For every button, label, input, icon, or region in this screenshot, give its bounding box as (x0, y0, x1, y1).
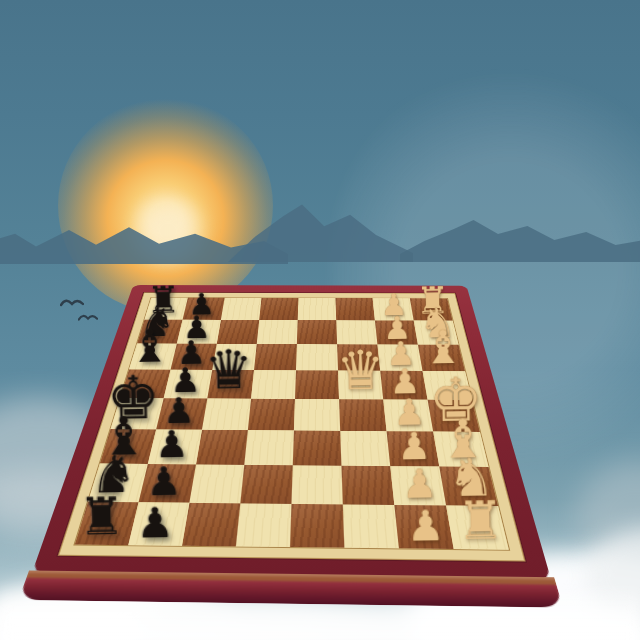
square-f5[interactable] (244, 430, 294, 465)
square-e4[interactable] (294, 399, 340, 431)
piece-white-pawn-g2[interactable]: ♟ (401, 463, 437, 503)
board-edge-side (19, 571, 564, 608)
product-photo-scene: ♜♟♟♜♞♟♟♞♝♟♟♝♟♛♛♟♚♟♟♚♝♟♟♝♞♟♟♞♜♟♟♜ (0, 0, 640, 640)
square-a3[interactable] (335, 298, 374, 320)
square-g2[interactable]: ♟ (390, 466, 446, 505)
square-f6[interactable] (196, 430, 248, 465)
chess-board: ♜♟♟♜♞♟♟♞♝♟♟♝♟♛♛♟♚♟♟♚♝♟♟♝♞♟♟♞♜♟♟♜ (88, 192, 501, 605)
piece-black-bishop-c8[interactable]: ♝ (129, 323, 171, 369)
square-d3[interactable]: ♛ (338, 371, 383, 400)
square-b5[interactable] (257, 320, 298, 344)
square-h3[interactable] (343, 504, 399, 548)
square-a4[interactable] (298, 298, 337, 320)
square-g4[interactable] (291, 465, 342, 504)
piece-white-bishop-c1[interactable]: ♝ (422, 324, 464, 371)
square-g6[interactable] (189, 464, 244, 503)
piece-black-queen-d6[interactable]: ♛ (204, 343, 253, 398)
square-a5[interactable] (259, 298, 298, 320)
square-h5[interactable] (236, 503, 292, 547)
square-d4[interactable] (295, 370, 339, 399)
square-h4[interactable] (290, 504, 344, 548)
square-c5[interactable] (254, 344, 297, 370)
board-maple-border: ♜♟♟♜♞♟♟♞♝♟♟♝♟♛♛♟♚♟♟♚♝♟♟♝♞♟♟♞♜♟♟♜ (58, 292, 526, 561)
square-h7[interactable]: ♟ (128, 502, 189, 545)
square-h6[interactable] (182, 503, 240, 547)
piece-black-pawn-g7[interactable]: ♟ (146, 461, 182, 501)
square-e6[interactable] (202, 398, 251, 430)
square-e5[interactable] (248, 399, 295, 431)
square-e3[interactable] (339, 399, 387, 431)
square-b4[interactable] (297, 320, 337, 344)
board-frame: ♜♟♟♜♞♟♟♞♝♟♟♝♟♛♛♟♚♟♟♚♝♟♟♝♞♟♟♞♜♟♟♜ (32, 285, 551, 580)
piece-white-rook-h1[interactable]: ♜ (457, 495, 505, 548)
square-h2[interactable]: ♟ (394, 505, 453, 549)
square-c4[interactable] (296, 344, 338, 370)
square-g3[interactable] (341, 466, 394, 505)
piece-black-pawn-h7[interactable]: ♟ (136, 501, 174, 543)
square-d6[interactable]: ♛ (207, 370, 254, 399)
piece-white-queen-d3[interactable]: ♛ (336, 344, 385, 399)
square-d5[interactable] (251, 370, 296, 399)
square-f3[interactable] (340, 431, 390, 466)
chess-board-grid: ♜♟♟♜♞♟♟♞♝♟♟♝♟♛♛♟♚♟♟♚♝♟♟♝♞♟♟♞♜♟♟♜ (75, 298, 509, 550)
square-h1[interactable]: ♜ (446, 506, 509, 550)
square-a6[interactable] (221, 298, 262, 320)
square-f4[interactable] (293, 431, 342, 466)
piece-black-rook-h8[interactable]: ♜ (78, 491, 125, 543)
square-g5[interactable] (240, 465, 292, 504)
piece-white-pawn-h2[interactable]: ♟ (406, 504, 444, 547)
